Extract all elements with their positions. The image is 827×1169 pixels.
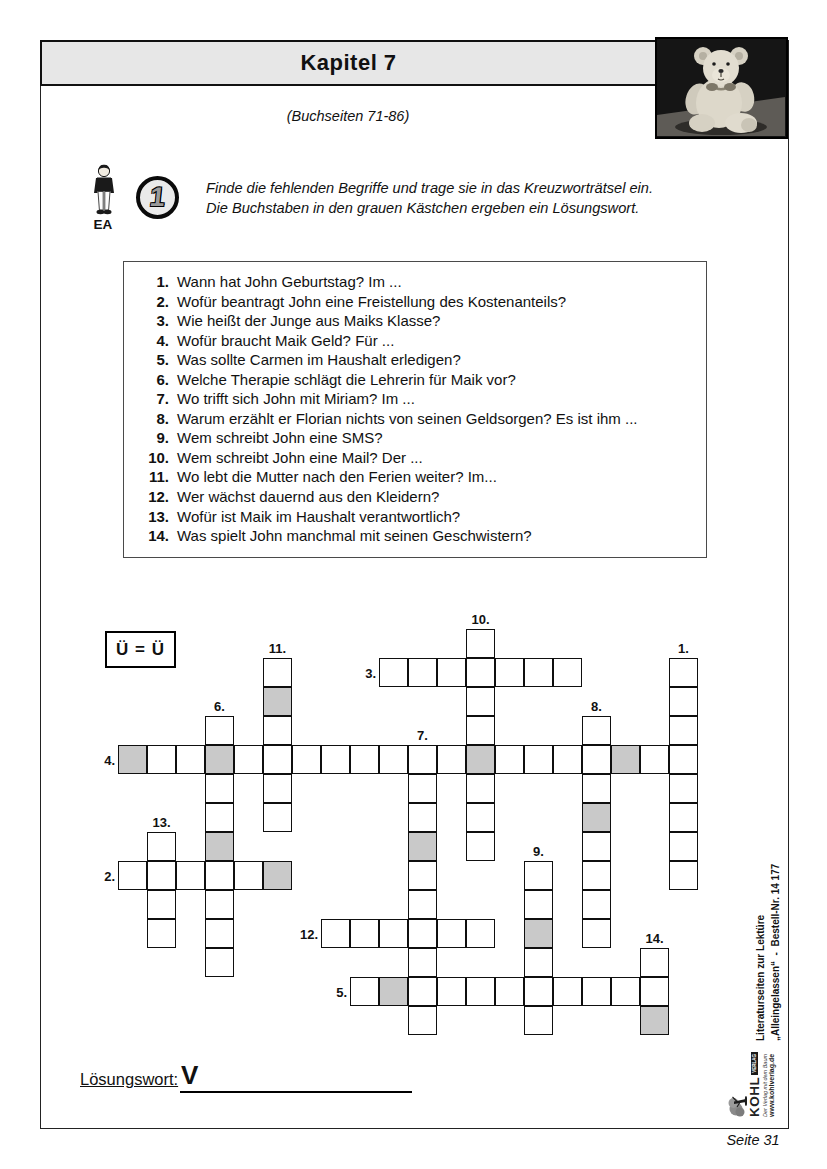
crossword-cell[interactable]: [350, 745, 379, 774]
crossword-cell[interactable]: [466, 977, 495, 1006]
crossword-clue-number: 10.: [471, 612, 489, 627]
clue-item: 5.Was sollte Carmen im Haushalt erledige…: [124, 350, 706, 370]
crossword-cell[interactable]: [379, 919, 408, 948]
crossword-cell[interactable]: [379, 977, 408, 1006]
crossword-cell[interactable]: [669, 716, 698, 745]
crossword-grid: 1.2.3.4.5.6.7.8.9.10.11.12.13.14.: [118, 629, 700, 1037]
clue-number: 1.: [124, 272, 177, 292]
clue-item: 7.Wo trifft sich John mit Miriam? Im ...: [124, 389, 706, 409]
sidebar-series-title: Literaturseiten zur Lektüre: [753, 855, 768, 1041]
clue-text: Wann hat John Geburtstag? Im ...: [177, 272, 706, 292]
crossword-cell[interactable]: [466, 716, 495, 745]
logo-tree-icon: [728, 1041, 747, 1117]
clue-number: 2.: [124, 292, 177, 312]
logo-name: KOHL: [747, 1077, 762, 1117]
crossword-cell[interactable]: [408, 832, 437, 861]
crossword-cell[interactable]: [408, 977, 437, 1006]
crossword-cell[interactable]: [553, 745, 582, 774]
crossword-cell[interactable]: [408, 745, 437, 774]
crossword-cell[interactable]: [669, 861, 698, 890]
clue-number: 14.: [124, 526, 177, 546]
crossword-cell[interactable]: [669, 774, 698, 803]
task-number-badge: 1: [136, 176, 179, 219]
crossword-cell[interactable]: [582, 745, 611, 774]
crossword-cell[interactable]: [582, 716, 611, 745]
clue-text: Wofür beantragt John eine Freistellung d…: [177, 292, 706, 312]
solution-word-blank-line[interactable]: [180, 1091, 412, 1093]
crossword-cell[interactable]: [263, 687, 292, 716]
book-pages-subtitle: (Buchseiten 71-86): [98, 108, 598, 124]
crossword-clue-number: 11.: [269, 641, 286, 656]
clue-number: 7.: [124, 389, 177, 409]
crossword-cell[interactable]: [437, 745, 466, 774]
sidebar-publisher-text: Literaturseiten zur Lektüre „Alleingelas…: [753, 855, 787, 1041]
crossword-cell[interactable]: [466, 745, 495, 774]
crossword-clue-number: 9.: [533, 844, 544, 859]
clue-number: 11.: [124, 467, 177, 487]
clue-number: 10.: [124, 448, 177, 468]
crossword-clue-number: 8.: [591, 699, 602, 714]
crossword-cell[interactable]: [263, 861, 292, 890]
crossword-cell[interactable]: [321, 919, 350, 948]
crossword-cell[interactable]: [640, 948, 669, 977]
solution-word-label: Lösungswort:: [80, 1070, 178, 1089]
clue-item: 4.Wofür braucht Maik Geld? Für ...: [124, 331, 706, 351]
crossword-cell[interactable]: [611, 745, 640, 774]
clue-text: Wer wächst dauernd aus den Kleidern?: [177, 487, 706, 507]
crossword-clue-number: 2.: [85, 869, 115, 884]
clue-number: 9.: [124, 428, 177, 448]
publisher-logo: KOHL VERLAG Der Verlag mit dem Baum www.…: [728, 1041, 778, 1117]
crossword-clue-number: 6.: [214, 699, 225, 714]
clue-number: 8.: [124, 409, 177, 429]
crossword-cell[interactable]: [466, 803, 495, 832]
clue-text: Wo trifft sich John mit Miriam? Im ...: [177, 389, 706, 409]
header-bar: Kapitel 7: [40, 40, 657, 86]
clue-text: Welche Therapie schlägt die Lehrerin für…: [177, 370, 706, 390]
clue-item: 2.Wofür beantragt John eine Freistellung…: [124, 292, 706, 312]
crossword-cell[interactable]: [408, 658, 437, 687]
task-number: 1: [148, 182, 166, 213]
crossword-cell[interactable]: [408, 774, 437, 803]
crossword-cell[interactable]: [495, 745, 524, 774]
crossword-cell[interactable]: [147, 832, 176, 861]
crossword-cell[interactable]: [466, 687, 495, 716]
crossword-cell[interactable]: [466, 832, 495, 861]
clue-item: 14.Was spielt John manchmal mit seinen G…: [124, 526, 706, 546]
crossword-cell[interactable]: [118, 861, 147, 890]
crossword-cell[interactable]: [321, 745, 350, 774]
crossword-cell[interactable]: [234, 861, 263, 890]
crossword-cell[interactable]: [524, 890, 553, 919]
crossword-clue-number: 12.: [288, 927, 318, 942]
clue-number: 5.: [124, 350, 177, 370]
work-mode-label: EA: [85, 217, 121, 232]
clue-item: 8.Warum erzählt er Florian nichts von se…: [124, 409, 706, 429]
crossword-cell[interactable]: [582, 977, 611, 1006]
crossword-cell[interactable]: [205, 919, 234, 948]
crossword-cell[interactable]: [408, 803, 437, 832]
crossword-cell[interactable]: [147, 861, 176, 890]
clue-text: Wofür braucht Maik Geld? Für ...: [177, 331, 706, 351]
crossword-clue-number: 7.: [417, 728, 428, 743]
clue-item: 6.Welche Therapie schlägt die Lehrerin f…: [124, 370, 706, 390]
crossword-clue-number: 1.: [678, 641, 689, 656]
crossword-cell[interactable]: [350, 919, 379, 948]
crossword-cell[interactable]: [611, 977, 640, 1006]
crossword-cell[interactable]: [263, 774, 292, 803]
crossword-cell[interactable]: [524, 861, 553, 890]
crossword-cell[interactable]: [582, 919, 611, 948]
crossword-cell[interactable]: [524, 658, 553, 687]
single-work-person-icon: [90, 163, 118, 219]
clue-text: Wie heißt der Junge aus Maiks Klasse?: [177, 311, 706, 331]
crossword-cell[interactable]: [263, 745, 292, 774]
logo-url: www.kohlverlag.de: [768, 1041, 775, 1117]
crossword-cell[interactable]: [524, 1006, 553, 1035]
clue-item: 9.Wem schreibt John eine SMS?: [124, 428, 706, 448]
crossword-clue-number: 13.: [152, 815, 170, 830]
crossword-cell[interactable]: [524, 919, 553, 948]
clue-text: Wem schreibt John eine Mail? Der ...: [177, 448, 706, 468]
crossword-cell[interactable]: [176, 861, 205, 890]
crossword-cell[interactable]: [495, 658, 524, 687]
clue-item: 13.Wofür ist Maik im Haushalt verantwort…: [124, 507, 706, 527]
clue-number: 13.: [124, 507, 177, 527]
crossword-cell[interactable]: [582, 774, 611, 803]
crossword-cell[interactable]: [524, 948, 553, 977]
crossword-cell[interactable]: [553, 977, 582, 1006]
clue-text: Was spielt John manchmal mit seinen Gesc…: [177, 526, 706, 546]
crossword-cell[interactable]: [640, 977, 669, 1006]
crossword-cell[interactable]: [118, 745, 147, 774]
crossword-cell[interactable]: [466, 658, 495, 687]
clue-item: 11.Wo lebt die Mutter nach den Ferien we…: [124, 467, 706, 487]
crossword-cell[interactable]: [437, 919, 466, 948]
solution-word-first-letter: V: [181, 1060, 198, 1091]
crossword-cell[interactable]: [640, 1006, 669, 1035]
crossword-cell[interactable]: [408, 861, 437, 890]
page-title: Kapitel 7: [300, 50, 396, 76]
crossword-cell[interactable]: [408, 890, 437, 919]
clue-text: Wem schreibt John eine SMS?: [177, 428, 706, 448]
crossword-cell[interactable]: [669, 832, 698, 861]
crossword-cell[interactable]: [147, 745, 176, 774]
instruction-line-1: Finde die fehlenden Begriffe und trage s…: [206, 179, 686, 199]
crossword-cell[interactable]: [205, 948, 234, 977]
crossword-clue-number: 14.: [645, 931, 663, 946]
crossword-cell[interactable]: [669, 687, 698, 716]
crossword-cell[interactable]: [408, 1006, 437, 1035]
crossword-cell[interactable]: [524, 977, 553, 1006]
crossword-cell[interactable]: [234, 745, 263, 774]
crossword-cell[interactable]: [669, 658, 698, 687]
clue-list-box: 1.Wann hat John Geburtstag? Im ...2.Wofü…: [123, 261, 707, 558]
clue-item: 10.Wem schreibt John eine Mail? Der ...: [124, 448, 706, 468]
crossword-cell[interactable]: [205, 716, 234, 745]
crossword-cell[interactable]: [669, 745, 698, 774]
logo-badge: VERLAG: [751, 1052, 758, 1075]
clue-text: Wofür ist Maik im Haushalt verantwortlic…: [177, 507, 706, 527]
teddy-bear-image: [657, 39, 785, 136]
crossword-cell[interactable]: [466, 629, 495, 658]
crossword-cell[interactable]: [582, 803, 611, 832]
crossword-clue-number: 5.: [317, 985, 347, 1000]
crossword-cell[interactable]: [263, 716, 292, 745]
clue-text: Wo lebt die Mutter nach den Ferien weite…: [177, 467, 706, 487]
page-number: Seite 31: [700, 1132, 806, 1148]
crossword-cell[interactable]: [263, 658, 292, 687]
task-instructions: Finde die fehlenden Begriffe und trage s…: [206, 179, 686, 219]
crossword-cell[interactable]: [582, 832, 611, 861]
crossword-cell[interactable]: [466, 919, 495, 948]
crossword-cell[interactable]: [263, 803, 292, 832]
crossword-cell[interactable]: [379, 658, 408, 687]
crossword-cell[interactable]: [205, 745, 234, 774]
clue-item: 12.Wer wächst dauernd aus den Kleidern?: [124, 487, 706, 507]
clue-text: Warum erzählt er Florian nichts von sein…: [177, 409, 706, 429]
clue-text: Was sollte Carmen im Haushalt erledigen?: [177, 350, 706, 370]
crossword-cell[interactable]: [466, 774, 495, 803]
crossword-clue-number: 4.: [85, 753, 115, 768]
crossword-cell[interactable]: [524, 745, 553, 774]
crossword-cell[interactable]: [669, 803, 698, 832]
crossword-cell[interactable]: [437, 658, 466, 687]
clue-number: 6.: [124, 370, 177, 390]
crossword-cell[interactable]: [582, 890, 611, 919]
crossword-cell[interactable]: [350, 977, 379, 1006]
crossword-cell[interactable]: [205, 832, 234, 861]
crossword-cell[interactable]: [205, 890, 234, 919]
clue-number: 3.: [124, 311, 177, 331]
crossword-cell[interactable]: [495, 977, 524, 1006]
clue-item: 3.Wie heißt der Junge aus Maiks Klasse?: [124, 311, 706, 331]
crossword-clue-number: 3.: [346, 666, 376, 681]
crossword-cell[interactable]: [408, 948, 437, 977]
crossword-cell[interactable]: [582, 861, 611, 890]
crossword-cell[interactable]: [176, 745, 205, 774]
sidebar-order-number: „Alleingelassen“ - Bestell-Nr. 14 177: [768, 855, 783, 1041]
clue-number: 12.: [124, 487, 177, 507]
crossword-cell[interactable]: [408, 919, 437, 948]
clue-item: 1.Wann hat John Geburtstag? Im ...: [124, 272, 706, 292]
crossword-cell[interactable]: [379, 745, 408, 774]
crossword-cell[interactable]: [205, 774, 234, 803]
crossword-cell[interactable]: [205, 803, 234, 832]
crossword-cell[interactable]: [205, 861, 234, 890]
teddy-bear-photo: [655, 37, 788, 139]
crossword-cell[interactable]: [147, 890, 176, 919]
clue-number: 4.: [124, 331, 177, 351]
crossword-cell[interactable]: [553, 658, 582, 687]
instruction-line-2: Die Buchstaben in den grauen Kästchen er…: [206, 199, 686, 219]
crossword-cell[interactable]: [640, 745, 669, 774]
crossword-cell[interactable]: [437, 977, 466, 1006]
crossword-cell[interactable]: [292, 745, 321, 774]
crossword-cell[interactable]: [147, 919, 176, 948]
